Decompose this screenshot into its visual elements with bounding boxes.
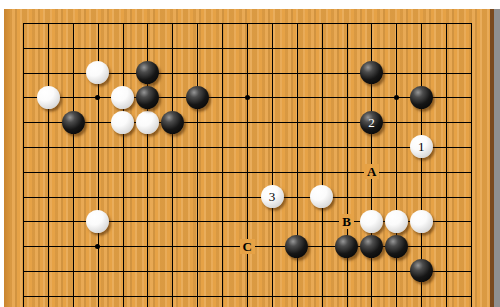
board-grid: ABC132 [11,11,484,307]
star-point-dot [95,95,100,100]
black-stone[interactable] [186,86,209,109]
star-point [235,85,260,110]
white-stone[interactable] [410,210,433,233]
black-stone-cell [359,60,384,85]
black-stone-cell [135,85,160,110]
black-stone[interactable] [285,235,308,258]
white-stone-cell [309,184,334,209]
white-stone[interactable] [385,210,408,233]
white-stone[interactable] [86,61,109,84]
white-stone-cell [359,209,384,234]
board-shadow [494,9,500,307]
point-label-c[interactable]: C [235,234,260,259]
star-point-dot [95,244,100,249]
black-stone-cell [61,110,86,135]
black-stone[interactable] [62,111,85,134]
black-stone[interactable] [410,86,433,109]
black-stone[interactable] [385,235,408,258]
black-stone-cell [185,85,210,110]
black-stone[interactable] [360,61,383,84]
star-point [384,85,409,110]
white-stone-move-1[interactable]: 1 [410,135,433,158]
black-stone-cell [384,234,409,259]
white-stone[interactable] [136,111,159,134]
black-stone[interactable] [136,61,159,84]
black-stone[interactable] [161,111,184,134]
white-stone[interactable] [360,210,383,233]
black-stone[interactable] [335,235,358,258]
point-label-a[interactable]: A [359,159,384,184]
white-stone-move-3[interactable]: 3 [261,185,284,208]
go-board[interactable]: ABC132 [4,9,494,307]
black-stone-cell [160,110,185,135]
white-stone-cell [110,85,135,110]
white-stone-cell [86,60,111,85]
star-point [86,234,111,259]
white-stone[interactable] [111,86,134,109]
black-stone-cell [359,234,384,259]
point-label-text: B [339,214,354,229]
point-label-text: C [240,239,255,254]
black-stone-move-2[interactable]: 2 [360,111,383,134]
white-stone-cell [384,209,409,234]
black-stone-cell [334,234,359,259]
white-stone-cell [110,110,135,135]
star-point-dot [394,95,399,100]
go-diagram: ABC132 [0,0,500,307]
star-point-dot [245,95,250,100]
black-stone-cell [409,259,434,284]
black-stone[interactable] [360,235,383,258]
white-stone[interactable] [86,210,109,233]
white-stone[interactable] [37,86,60,109]
star-point [86,85,111,110]
white-stone-cell [135,110,160,135]
white-stone-cell [409,209,434,234]
white-stone-cell: 1 [409,135,434,160]
point-label-b[interactable]: B [334,209,359,234]
black-stone[interactable] [410,259,433,282]
white-stone[interactable] [310,185,333,208]
white-stone[interactable] [111,111,134,134]
black-stone[interactable] [136,86,159,109]
point-label-text: A [364,164,379,179]
white-stone-cell: 3 [260,184,285,209]
white-stone-cell [86,209,111,234]
black-stone-cell [409,85,434,110]
black-stone-cell [285,234,310,259]
black-stone-cell [135,60,160,85]
board-left-edge [4,9,10,307]
white-stone-cell [36,85,61,110]
black-stone-cell: 2 [359,110,384,135]
